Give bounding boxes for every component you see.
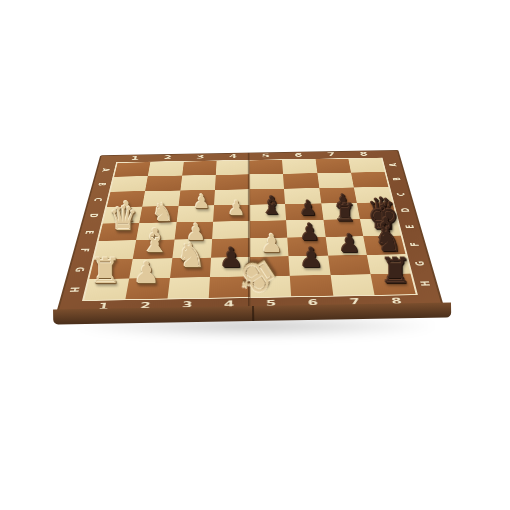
- piece-black-bishop-b5: ♝: [261, 193, 283, 218]
- piece-white-knight-g3: ♞: [176, 237, 206, 271]
- piece-black-pawn-b6: ♟: [299, 197, 317, 217]
- piece-white-pawn-h2: ♟: [133, 258, 160, 288]
- photo-stage: 1122334455667788AABBCCDDEEFFGGHH ♜♟♞♝♟♛♞…: [0, 0, 510, 510]
- chess-pieces-layer: ♜♟♞♝♟♛♞♝♟♟♟♚♜♞♝♚♛♜♟♟♟♟♟♝♟: [0, 0, 510, 510]
- piece-black-pawn-f7: ♟: [338, 231, 360, 256]
- piece-black-rook-h8: ♜: [380, 254, 411, 289]
- chess-board-scene: 1122334455667788AABBCCDDEEFFGGHH ♜♟♞♝♟♛♞…: [0, 0, 510, 510]
- piece-black-pawn-e6: ♟: [299, 221, 320, 244]
- piece-black-pawn-g6: ♟: [299, 244, 323, 271]
- piece-white-pawn-b4: ♟: [228, 197, 246, 217]
- piece-black-rook-c7: ♜: [334, 201, 356, 225]
- piece-white-bishop-f2: ♝: [140, 224, 170, 257]
- piece-white-pawn-a3: ♟: [193, 192, 210, 211]
- piece-white-queen-d1: ♛: [109, 202, 139, 235]
- piece-black-pawn-g4: ♟: [219, 244, 243, 271]
- piece-white-rook-h1: ♜: [90, 254, 121, 289]
